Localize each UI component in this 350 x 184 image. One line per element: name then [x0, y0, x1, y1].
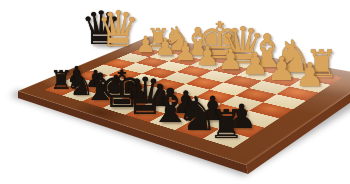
- chess-set-product-photo: ♜♞♝♚♛♝♞♜♟♟♟♟♟♟♟♟♟♟♟♟♟♟♟♟♜♞♝♚♛♝♞♜♛♛: [0, 0, 350, 184]
